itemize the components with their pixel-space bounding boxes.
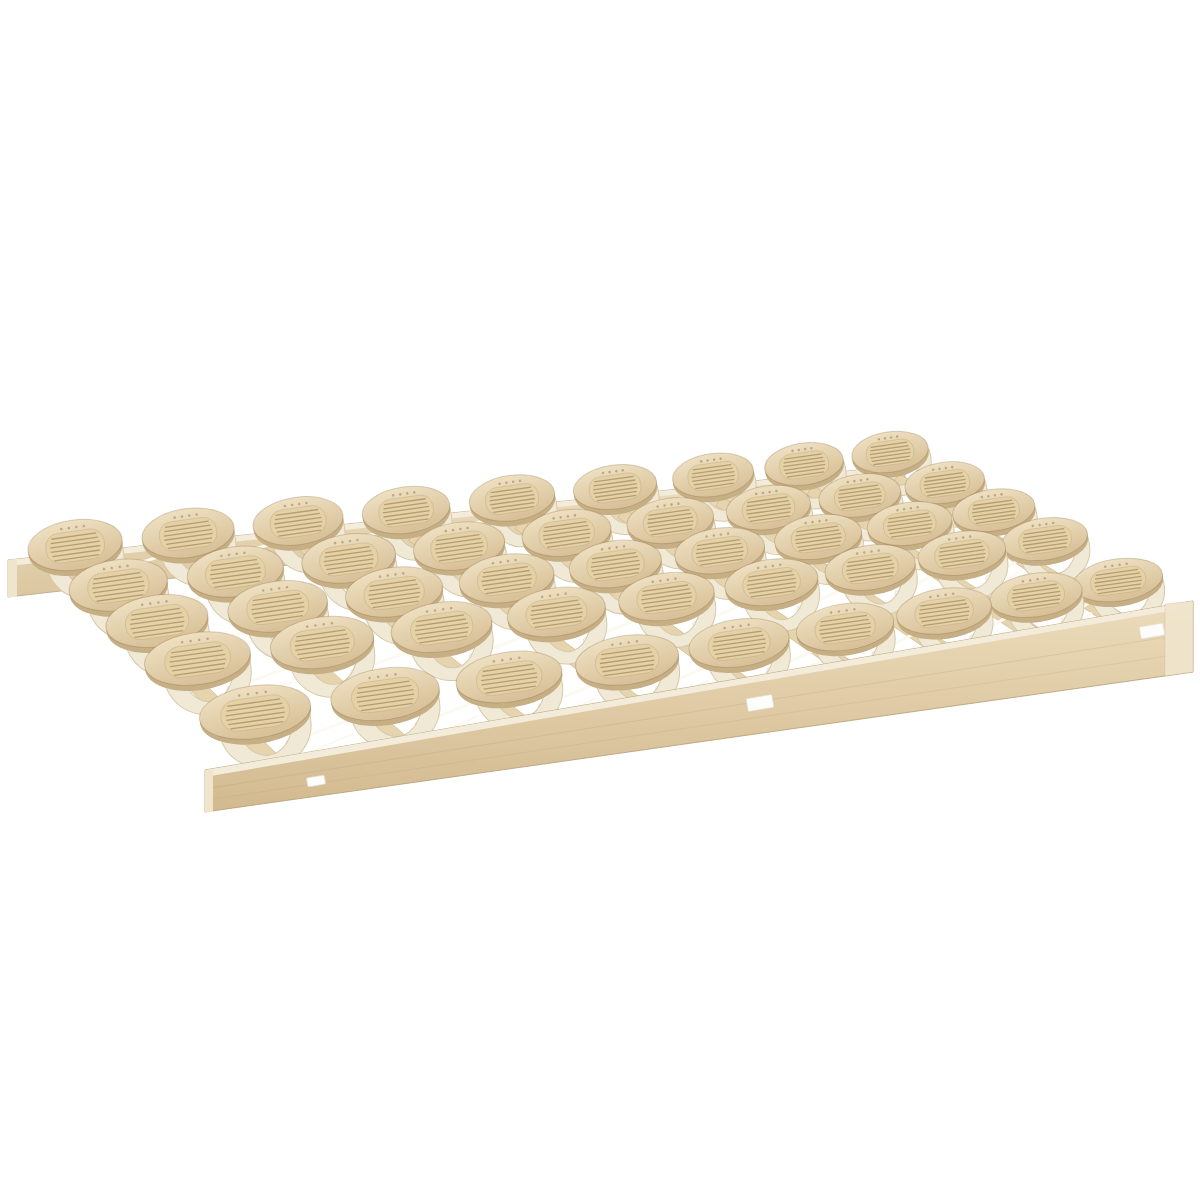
bed-base-illustration xyxy=(0,0,1200,1200)
photo-figure xyxy=(0,0,1200,1200)
product-photo xyxy=(0,0,1200,1200)
